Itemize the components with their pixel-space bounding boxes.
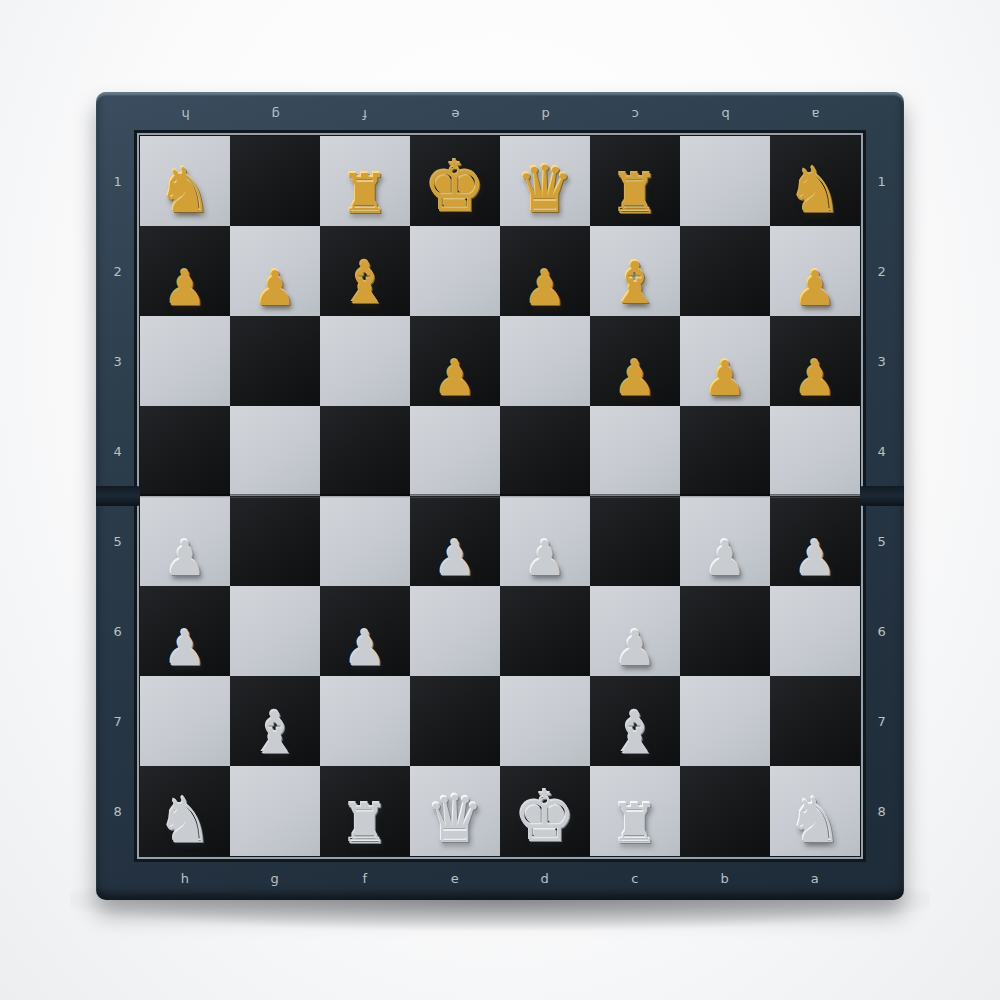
square-f7[interactable]: [320, 676, 410, 766]
rank-label-7: 7: [878, 714, 887, 729]
file-label-a: a: [811, 107, 819, 122]
square-b6[interactable]: [680, 586, 770, 676]
silver-knight-a8: ♞: [770, 790, 860, 852]
square-d7[interactable]: [500, 676, 590, 766]
square-g1[interactable]: [230, 136, 320, 226]
square-b7[interactable]: [680, 676, 770, 766]
square-b4[interactable]: [680, 406, 770, 496]
square-d6[interactable]: [500, 586, 590, 676]
gold-pawn-e3: ♟: [410, 354, 500, 402]
square-e6[interactable]: [410, 586, 500, 676]
rank-label-4: 4: [878, 444, 887, 459]
square-b3[interactable]: ♟: [680, 316, 770, 406]
gold-bishop-f2: ♝: [320, 254, 410, 312]
rank-label-5: 5: [878, 534, 887, 549]
silver-pawn-f6: ♟: [320, 624, 410, 672]
rank-label-6: 6: [114, 624, 123, 639]
file-label-c: c: [631, 871, 639, 886]
chess-board: hgfedcba 12345678 ♞♜♚♛♜♞♟♟♝♟♝♟♟♟♟♟♟♟♟♟♟♟…: [96, 92, 904, 900]
hinge-right: [860, 486, 904, 506]
square-b1[interactable]: [680, 136, 770, 226]
silver-pawn-a5: ♟: [770, 534, 860, 582]
square-c1[interactable]: ♜: [590, 136, 680, 226]
square-d3[interactable]: [500, 316, 590, 406]
silver-king-d8: ♚: [500, 782, 590, 852]
square-c8[interactable]: ♜: [590, 766, 680, 856]
square-h4[interactable]: [140, 406, 230, 496]
file-label-g: g: [271, 107, 280, 122]
rank-label-4: 4: [114, 444, 123, 459]
file-label-c: c: [631, 107, 639, 122]
gold-pawn-b3: ♟: [680, 354, 770, 402]
gold-bishop-c2: ♝: [590, 254, 680, 312]
file-label-b: b: [721, 107, 730, 122]
square-d4[interactable]: [500, 406, 590, 496]
square-e7[interactable]: [410, 676, 500, 766]
square-c6[interactable]: ♟: [590, 586, 680, 676]
hinge-left: [96, 486, 140, 506]
square-a7[interactable]: [770, 676, 860, 766]
silver-rook-c8: ♜: [590, 797, 680, 852]
square-c5[interactable]: [590, 496, 680, 586]
square-g5[interactable]: [230, 496, 320, 586]
square-c4[interactable]: [590, 406, 680, 496]
square-g3[interactable]: [230, 316, 320, 406]
folding-hinge-seam: [96, 494, 904, 498]
square-e1[interactable]: ♚: [410, 136, 500, 226]
file-labels-top: hgfedcba: [140, 92, 860, 136]
square-c7[interactable]: ♝: [590, 676, 680, 766]
silver-pawn-b5: ♟: [680, 534, 770, 582]
square-a2[interactable]: ♟: [770, 226, 860, 316]
square-c3[interactable]: ♟: [590, 316, 680, 406]
file-label-h: h: [181, 107, 190, 122]
square-f4[interactable]: [320, 406, 410, 496]
square-h6[interactable]: ♟: [140, 586, 230, 676]
rank-label-1: 1: [114, 174, 123, 189]
square-g2[interactable]: ♟: [230, 226, 320, 316]
square-f2[interactable]: ♝: [320, 226, 410, 316]
rank-label-1: 1: [878, 174, 887, 189]
gold-knight-h1: ♞: [140, 160, 230, 222]
square-h5[interactable]: ♟: [140, 496, 230, 586]
gold-rook-f1: ♜: [320, 167, 410, 222]
square-a1[interactable]: ♞: [770, 136, 860, 226]
file-label-e: e: [451, 107, 460, 122]
square-f1[interactable]: ♜: [320, 136, 410, 226]
square-a6[interactable]: [770, 586, 860, 676]
square-a8[interactable]: ♞: [770, 766, 860, 856]
square-e4[interactable]: [410, 406, 500, 496]
file-label-b: b: [721, 871, 730, 886]
silver-pawn-d5: ♟: [500, 534, 590, 582]
file-label-e: e: [451, 871, 460, 886]
silver-knight-h8: ♞: [140, 790, 230, 852]
square-f3[interactable]: [320, 316, 410, 406]
silver-bishop-c7: ♝: [590, 704, 680, 762]
square-f8[interactable]: ♜: [320, 766, 410, 856]
silver-queen-e8: ♛: [410, 787, 500, 852]
square-a3[interactable]: ♟: [770, 316, 860, 406]
rank-label-8: 8: [878, 804, 887, 819]
square-g8[interactable]: [230, 766, 320, 856]
square-a5[interactable]: ♟: [770, 496, 860, 586]
silver-bishop-g7: ♝: [230, 704, 320, 762]
rank-label-6: 6: [878, 624, 887, 639]
rank-label-3: 3: [878, 354, 887, 369]
silver-pawn-e5: ♟: [410, 534, 500, 582]
square-h8[interactable]: ♞: [140, 766, 230, 856]
rank-label-5: 5: [114, 534, 123, 549]
square-e5[interactable]: ♟: [410, 496, 500, 586]
square-b5[interactable]: ♟: [680, 496, 770, 586]
square-e2[interactable]: [410, 226, 500, 316]
rank-label-3: 3: [114, 354, 123, 369]
rank-label-8: 8: [114, 804, 123, 819]
file-labels-bottom: hgfedcba: [140, 856, 860, 900]
silver-pawn-h5: ♟: [140, 534, 230, 582]
square-c2[interactable]: ♝: [590, 226, 680, 316]
file-label-g: g: [271, 871, 280, 886]
gold-pawn-c3: ♟: [590, 354, 680, 402]
silver-pawn-h6: ♟: [140, 624, 230, 672]
square-d2[interactable]: ♟: [500, 226, 590, 316]
square-h7[interactable]: [140, 676, 230, 766]
square-h2[interactable]: ♟: [140, 226, 230, 316]
square-e3[interactable]: ♟: [410, 316, 500, 406]
square-g4[interactable]: [230, 406, 320, 496]
rank-label-7: 7: [114, 714, 123, 729]
gold-knight-a1: ♞: [770, 160, 860, 222]
square-g6[interactable]: [230, 586, 320, 676]
gold-king-e1: ♚: [410, 152, 500, 222]
gold-queen-d1: ♛: [500, 157, 590, 222]
square-b2[interactable]: [680, 226, 770, 316]
gold-pawn-a2: ♟: [770, 264, 860, 312]
square-b8[interactable]: [680, 766, 770, 856]
square-a4[interactable]: [770, 406, 860, 496]
file-label-f: f: [362, 107, 367, 122]
square-d5[interactable]: ♟: [500, 496, 590, 586]
gold-pawn-a3: ♟: [770, 354, 860, 402]
silver-pawn-c6: ♟: [590, 624, 680, 672]
gold-rook-c1: ♜: [590, 167, 680, 222]
gold-pawn-g2: ♟: [230, 264, 320, 312]
rank-label-2: 2: [114, 264, 123, 279]
file-label-f: f: [362, 871, 367, 886]
square-d8[interactable]: ♚: [500, 766, 590, 856]
file-label-a: a: [811, 871, 819, 886]
square-h1[interactable]: ♞: [140, 136, 230, 226]
square-f5[interactable]: [320, 496, 410, 586]
silver-rook-f8: ♜: [320, 797, 410, 852]
file-label-h: h: [181, 871, 190, 886]
file-label-d: d: [541, 871, 550, 886]
square-g7[interactable]: ♝: [230, 676, 320, 766]
square-h3[interactable]: [140, 316, 230, 406]
file-label-d: d: [541, 107, 550, 122]
rank-label-2: 2: [878, 264, 887, 279]
gold-pawn-d2: ♟: [500, 264, 590, 312]
gold-pawn-h2: ♟: [140, 264, 230, 312]
square-d1[interactable]: ♛: [500, 136, 590, 226]
product-photo-scene: hgfedcba 12345678 ♞♜♚♛♜♞♟♟♝♟♝♟♟♟♟♟♟♟♟♟♟♟…: [0, 0, 1000, 1000]
square-f6[interactable]: ♟: [320, 586, 410, 676]
square-e8[interactable]: ♛: [410, 766, 500, 856]
